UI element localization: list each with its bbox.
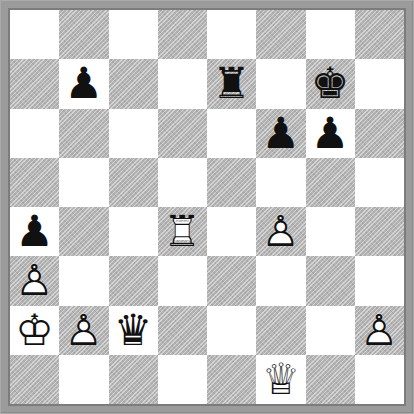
- white-pawn-icon: ♙: [355, 306, 404, 355]
- square-b4[interactable]: [59, 207, 108, 256]
- square-a5[interactable]: [10, 158, 59, 207]
- square-c6[interactable]: [109, 109, 158, 158]
- square-d5[interactable]: [158, 158, 207, 207]
- black-pawn-icon: ♟: [59, 59, 108, 108]
- square-f7[interactable]: [256, 59, 305, 108]
- square-g5[interactable]: [306, 158, 355, 207]
- square-b2[interactable]: ♙: [59, 306, 108, 355]
- square-c4[interactable]: [109, 207, 158, 256]
- square-a1[interactable]: [10, 355, 59, 404]
- square-d3[interactable]: [158, 256, 207, 305]
- square-d8[interactable]: [158, 10, 207, 59]
- square-h5[interactable]: [355, 158, 404, 207]
- square-b7[interactable]: ♟: [59, 59, 108, 108]
- square-h2[interactable]: ♙: [355, 306, 404, 355]
- white-pawn-icon: ♙: [10, 256, 59, 305]
- square-a2[interactable]: ♔: [10, 306, 59, 355]
- square-a7[interactable]: [10, 59, 59, 108]
- white-queen-icon: ♕: [256, 355, 305, 404]
- black-pawn-icon: ♟: [306, 109, 355, 158]
- square-g2[interactable]: [306, 306, 355, 355]
- square-f4[interactable]: ♙: [256, 207, 305, 256]
- square-g4[interactable]: [306, 207, 355, 256]
- square-d2[interactable]: [158, 306, 207, 355]
- square-f8[interactable]: [256, 10, 305, 59]
- square-h6[interactable]: [355, 109, 404, 158]
- square-a6[interactable]: [10, 109, 59, 158]
- square-e8[interactable]: [207, 10, 256, 59]
- square-f3[interactable]: [256, 256, 305, 305]
- white-rook-icon: ♖: [158, 207, 207, 256]
- square-c5[interactable]: [109, 158, 158, 207]
- square-h3[interactable]: [355, 256, 404, 305]
- square-e6[interactable]: [207, 109, 256, 158]
- square-g3[interactable]: [306, 256, 355, 305]
- board-frame: ♟♜♚♟♟♟♖♙♙♔♙♛♙♕: [0, 0, 414, 414]
- square-f5[interactable]: [256, 158, 305, 207]
- square-d1[interactable]: [158, 355, 207, 404]
- black-rook-icon: ♜: [207, 59, 256, 108]
- square-e5[interactable]: [207, 158, 256, 207]
- black-queen-icon: ♛: [109, 306, 158, 355]
- square-e7[interactable]: ♜: [207, 59, 256, 108]
- square-g7[interactable]: ♚: [306, 59, 355, 108]
- square-b5[interactable]: [59, 158, 108, 207]
- square-c7[interactable]: [109, 59, 158, 108]
- square-c1[interactable]: [109, 355, 158, 404]
- board: ♟♜♚♟♟♟♖♙♙♔♙♛♙♕: [8, 8, 406, 406]
- square-a3[interactable]: ♙: [10, 256, 59, 305]
- square-e4[interactable]: [207, 207, 256, 256]
- square-h1[interactable]: [355, 355, 404, 404]
- black-pawn-icon: ♟: [10, 207, 59, 256]
- square-c8[interactable]: [109, 10, 158, 59]
- white-king-icon: ♔: [10, 306, 59, 355]
- square-b8[interactable]: [59, 10, 108, 59]
- square-d4[interactable]: ♖: [158, 207, 207, 256]
- black-pawn-icon: ♟: [256, 109, 305, 158]
- square-b3[interactable]: [59, 256, 108, 305]
- square-h8[interactable]: [355, 10, 404, 59]
- black-king-icon: ♚: [306, 59, 355, 108]
- square-c3[interactable]: [109, 256, 158, 305]
- square-h4[interactable]: [355, 207, 404, 256]
- square-f1[interactable]: ♕: [256, 355, 305, 404]
- square-c2[interactable]: ♛: [109, 306, 158, 355]
- square-g6[interactable]: ♟: [306, 109, 355, 158]
- square-f2[interactable]: [256, 306, 305, 355]
- square-d7[interactable]: [158, 59, 207, 108]
- white-pawn-icon: ♙: [59, 306, 108, 355]
- square-a8[interactable]: [10, 10, 59, 59]
- square-b1[interactable]: [59, 355, 108, 404]
- square-h7[interactable]: [355, 59, 404, 108]
- square-e2[interactable]: [207, 306, 256, 355]
- square-b6[interactable]: [59, 109, 108, 158]
- square-e1[interactable]: [207, 355, 256, 404]
- square-f6[interactable]: ♟: [256, 109, 305, 158]
- square-g8[interactable]: [306, 10, 355, 59]
- square-a4[interactable]: ♟: [10, 207, 59, 256]
- square-d6[interactable]: [158, 109, 207, 158]
- square-e3[interactable]: [207, 256, 256, 305]
- white-pawn-icon: ♙: [256, 207, 305, 256]
- square-g1[interactable]: [306, 355, 355, 404]
